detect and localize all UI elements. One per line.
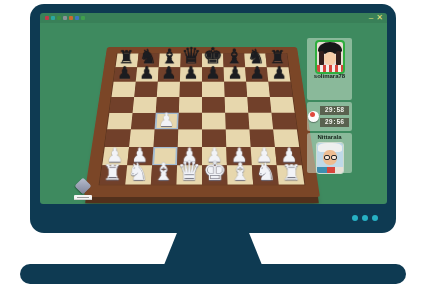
shortcut-label [74,195,92,200]
board-square-e1[interactable]: ♚ [202,165,228,184]
board-square-e5[interactable] [202,97,225,113]
window-controls: – ✕ [369,13,383,23]
avatar-clothes [317,65,343,72]
window-titlebar: – ✕ [40,13,387,23]
clocks-panel: 29:58 29:56 [307,102,352,131]
board-square-c4[interactable]: ♟ [155,113,179,130]
piece-black-pawn-e7[interactable]: ♟ [202,64,224,81]
board-square-h5[interactable] [270,97,295,113]
piece-black-pawn-d7[interactable]: ♟ [180,64,202,81]
menu-icon-7[interactable] [81,16,85,20]
piece-white-bishop-f1[interactable]: ♝ [228,160,254,184]
chessboard-scene: ♜♞♝♛♚♝♞♜♟♟♟♟♟♟♟♟♟♟♟♟♟♟♟♟♜♞♝♛♚♝♞♜ [84,25,320,197]
piece-black-pawn-b7[interactable]: ♟ [136,64,158,81]
board-square-a5[interactable] [109,97,134,113]
avatar-glasses [331,155,337,160]
board-square-g7[interactable]: ♟ [245,67,268,81]
board-square-b6[interactable] [134,82,158,97]
monitor-button-dot[interactable] [352,215,358,221]
piece-black-pawn-g7[interactable]: ♟ [246,64,268,81]
board-square-f5[interactable] [225,97,249,113]
board-square-f4[interactable] [225,113,249,130]
board-square-e7[interactable]: ♟ [202,67,224,81]
avatar-face [324,52,336,65]
avatar-clothes [317,167,343,173]
monitor-stand [164,231,262,265]
board-square-c7[interactable]: ♟ [158,67,181,81]
board-square-b5[interactable] [133,97,157,113]
piece-black-pawn-c7[interactable]: ♟ [158,64,180,81]
board-square-d6[interactable] [179,82,202,97]
piece-white-bishop-c1[interactable]: ♝ [151,160,177,184]
board-square-d4[interactable] [178,113,202,130]
board-square-h4[interactable] [271,113,296,130]
board-square-g6[interactable] [246,82,270,97]
menu-icon-6[interactable] [75,16,79,20]
board-square-f1[interactable]: ♝ [227,165,253,184]
board-square-a4[interactable] [107,113,132,130]
close-icon[interactable]: ✕ [376,14,383,22]
menu-icon-3[interactable] [57,16,61,20]
monitor-buttons[interactable] [352,215,378,221]
piece-white-knight-g1[interactable]: ♞ [253,160,279,184]
avatar-hair [336,51,341,66]
player-name: Nittarala [307,133,352,141]
board-square-b1[interactable]: ♞ [125,165,152,184]
menu-icon-1[interactable] [45,16,49,20]
board-square-g1[interactable]: ♞ [252,165,279,184]
desktop-shortcut[interactable] [73,179,93,203]
menu-icon-4[interactable] [63,16,67,20]
player-card: Nittarala [307,133,352,173]
piece-black-pawn-f7[interactable]: ♟ [224,64,246,81]
monitor-base [20,264,406,284]
piece-white-rook-h1[interactable]: ♜ [279,162,305,184]
piece-black-pawn-a7[interactable]: ♟ [114,64,136,81]
piece-white-knight-b1[interactable]: ♞ [125,160,151,184]
opponent-clock: 29:58 [320,106,349,115]
player-avatar[interactable] [317,143,343,173]
board-square-c3[interactable] [153,129,178,146]
board-square-d1[interactable]: ♛ [176,165,202,184]
game-sidebar: solimara78 29:58 29:56 Nittarala [307,38,352,173]
board-square-b7[interactable]: ♟ [136,67,159,81]
menu-icon-2[interactable] [51,16,55,20]
board-square-h6[interactable] [268,82,292,97]
board-square-g5[interactable] [247,97,271,113]
board-square-a6[interactable] [112,82,136,97]
minimize-icon[interactable]: – [369,14,373,22]
titlebar-menu-icons [45,16,85,20]
board-square-g4[interactable] [248,113,273,130]
board-square-d7[interactable]: ♟ [180,67,202,81]
monitor-button-dot[interactable] [362,215,368,221]
chess-clock-icon [308,111,319,122]
board-square-a1[interactable]: ♜ [100,165,128,184]
board-square-f7[interactable]: ♟ [224,67,247,81]
player-clock: 29:56 [320,118,349,127]
board-square-e6[interactable] [202,82,225,97]
opponent-avatar[interactable] [317,42,343,72]
board-square-c6[interactable] [157,82,180,97]
board-square-h1[interactable]: ♜ [277,165,305,184]
chessboard-frame: ♜♞♝♛♚♝♞♜♟♟♟♟♟♟♟♟♟♟♟♟♟♟♟♟♜♞♝♛♚♝♞♜ [84,47,320,197]
avatar-glasses [324,155,330,160]
opponent-name: solimara78 [307,72,352,80]
avatar-hair [319,51,324,66]
board-square-h7[interactable]: ♟ [267,67,291,81]
illustration-canvas: – ✕ ♜♞♝♛♚♝♞♜♟♟♟♟♟♟♟♟♟♟♟♟♟♟♟♟♜♞♝♛♚♝♞♜ [0,0,426,285]
piece-white-queen-d1[interactable]: ♛ [176,157,202,184]
menu-icon-5[interactable] [69,16,73,20]
board-square-a7[interactable]: ♟ [114,67,138,81]
piece-black-pawn-h7[interactable]: ♟ [268,64,290,81]
board-square-b4[interactable] [131,113,156,130]
board-square-c1[interactable]: ♝ [151,165,177,184]
monitor-button-dot[interactable] [372,215,378,221]
piece-white-king-e1[interactable]: ♚ [202,157,228,184]
opponent-card: solimara78 [307,38,352,100]
piece-white-pawn-c4[interactable]: ♟ [155,111,179,129]
piece-white-rook-a1[interactable]: ♜ [100,162,126,184]
board-square-f6[interactable] [224,82,247,97]
monitor-screen: – ✕ ♜♞♝♛♚♝♞♜♟♟♟♟♟♟♟♟♟♟♟♟♟♟♟♟♜♞♝♛♚♝♞♜ [40,13,387,204]
shortcut-chess-piece-icon [75,178,92,195]
chessboard[interactable]: ♜♞♝♛♚♝♞♜♟♟♟♟♟♟♟♟♟♟♟♟♟♟♟♟♜♞♝♛♚♝♞♜ [100,53,305,184]
board-square-d5[interactable] [179,97,202,113]
board-square-e4[interactable] [202,113,226,130]
